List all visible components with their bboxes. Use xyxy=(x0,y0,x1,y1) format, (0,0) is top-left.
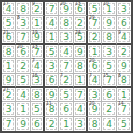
cell-value: 1 xyxy=(102,2,115,15)
sudoku-cell-r9c6[interactable]: 3 xyxy=(74,117,88,131)
sudoku-cell-r1c8[interactable]: 101 xyxy=(102,2,116,16)
sudoku-cell-r5c7[interactable]: 206 xyxy=(88,59,102,73)
cell-value: 5 xyxy=(59,88,72,101)
cell-value: 7 xyxy=(16,31,29,43)
cell-value: 4 xyxy=(102,117,115,131)
sudoku-cell-r7c6[interactable]: 7 xyxy=(74,88,88,102)
cell-value: 8 xyxy=(59,16,72,29)
sudoku-cell-r2c7[interactable]: 297 xyxy=(88,16,102,30)
sudoku-cell-r5c6[interactable]: 8 xyxy=(74,59,88,73)
cell-value: 7 xyxy=(102,74,115,86)
cell-value: 6 xyxy=(117,16,131,29)
sudoku-cell-r3c6[interactable]: 245 xyxy=(74,31,88,45)
cell-value: 2 xyxy=(117,45,131,58)
sudoku-cell-r8c8[interactable]: 2 xyxy=(102,102,116,116)
cell-value: 8 xyxy=(117,74,131,86)
cell-value: 9 xyxy=(74,45,86,58)
sudoku-cell-r5c9[interactable]: 9 xyxy=(117,59,131,73)
cell-value: 1 xyxy=(2,59,15,72)
sudoku-cell-r8c4[interactable]: 118 xyxy=(45,102,59,116)
sudoku-cell-r5c1[interactable]: 1 xyxy=(2,59,16,73)
cell-value: 3 xyxy=(74,117,86,131)
sudoku-cell-r2c8[interactable]: 9 xyxy=(102,16,116,30)
sudoku-cell-r7c4[interactable]: 9 xyxy=(45,88,59,102)
cell-value: 1 xyxy=(74,74,86,86)
sudoku-cell-r8c3[interactable]: 5 xyxy=(31,102,45,116)
sudoku-cell-r8c9[interactable]: 147 xyxy=(117,102,131,116)
sudoku-cell-r8c2[interactable]: 1 xyxy=(16,102,30,116)
sudoku-cell-r4c9[interactable]: 2 xyxy=(117,45,131,59)
cell-value: 5 xyxy=(2,16,15,29)
cell-value: 9 xyxy=(31,31,43,43)
sudoku-cell-r6c7[interactable]: 74 xyxy=(88,74,102,88)
cell-value: 7 xyxy=(88,16,101,29)
sudoku-cell-r6c2[interactable]: 5 xyxy=(16,74,30,88)
cell-value: 9 xyxy=(45,88,58,101)
sudoku-cell-r1c6[interactable]: 136 xyxy=(74,2,88,16)
cell-value: 6 xyxy=(16,45,29,58)
cell-value: 3 xyxy=(59,31,72,43)
sudoku-cell-r2c4[interactable]: 4 xyxy=(45,16,59,30)
sudoku-cell-r4c8[interactable]: 3 xyxy=(102,45,116,59)
cell-value: 9 xyxy=(2,74,15,86)
cell-value: 1 xyxy=(45,31,58,43)
cell-value: 4 xyxy=(117,31,131,43)
cell-value: 8 xyxy=(74,59,86,72)
cell-value: 5 xyxy=(16,74,29,86)
sudoku-cell-r8c7[interactable]: 209 xyxy=(88,102,102,116)
cell-value: 4 xyxy=(59,45,72,58)
sudoku-cell-r5c5[interactable]: 7 xyxy=(59,59,73,73)
sudoku-cell-r2c3[interactable]: 1 xyxy=(31,16,45,30)
sudoku-cell-r9c8[interactable]: 4 xyxy=(102,117,116,131)
cell-value: 8 xyxy=(88,117,101,131)
cell-value: 8 xyxy=(31,88,43,101)
cell-value: 7 xyxy=(31,45,43,58)
cell-value: 8 xyxy=(45,102,58,115)
sudoku-cell-r3c5[interactable]: 3 xyxy=(59,31,73,45)
sudoku-cell-r4c4[interactable]: 5 xyxy=(45,45,59,59)
sudoku-cell-r6c5[interactable]: 72 xyxy=(59,74,73,88)
sudoku-cell-r6c8[interactable]: 157 xyxy=(102,74,116,88)
cell-value: 2 xyxy=(16,59,29,72)
sudoku-cell-r7c3[interactable]: 8 xyxy=(31,88,45,102)
cell-value: 9 xyxy=(117,59,131,72)
cell-value: 6 xyxy=(88,59,101,72)
sudoku-cell-r8c1[interactable]: 3 xyxy=(2,102,16,116)
sudoku-cell-r3c3[interactable]: 199 xyxy=(31,31,45,45)
sudoku-cell-r2c2[interactable]: 83 xyxy=(16,16,30,30)
cell-value: 5 xyxy=(102,59,115,72)
sudoku-cell-r4c5[interactable]: 4 xyxy=(59,45,73,59)
cell-value: 2 xyxy=(74,16,86,29)
cell-value: 8 xyxy=(16,2,29,15)
sudoku-cell-r9c9[interactable]: 5 xyxy=(117,117,131,131)
cell-value: 3 xyxy=(102,45,115,58)
sudoku-cell-r3c4[interactable]: 1 xyxy=(45,31,59,45)
sudoku-cell-r3c1[interactable]: 216 xyxy=(2,31,16,45)
cell-value: 7 xyxy=(2,117,15,131)
sudoku-cell-r9c5[interactable]: 1 xyxy=(59,117,73,131)
cell-value: 3 xyxy=(117,2,131,15)
sudoku-cell-r5c3[interactable]: 74 xyxy=(31,59,45,73)
cell-value: 3 xyxy=(2,102,15,115)
killer-sudoku-board: 1748927209136510135831482297962167199132… xyxy=(0,0,133,133)
cell-value: 4 xyxy=(31,59,43,72)
sudoku-cell-r1c7[interactable]: 5 xyxy=(88,2,102,16)
sudoku-cell-r3c8[interactable]: 8 xyxy=(102,31,116,45)
cell-value: 3 xyxy=(45,59,58,72)
cell-value: 2 xyxy=(102,102,115,115)
cell-value: 6 xyxy=(59,102,72,115)
sudoku-cell-r6c9[interactable]: 88 xyxy=(117,74,131,88)
cell-value: 2 xyxy=(31,2,43,15)
cell-value: 5 xyxy=(74,31,86,43)
sudoku-cell-r1c1[interactable]: 174 xyxy=(2,2,16,16)
sudoku-cell-r7c1[interactable]: 272 xyxy=(2,88,16,102)
cell-value: 9 xyxy=(59,2,72,15)
sudoku-cell-r8c5[interactable]: 6 xyxy=(59,102,73,116)
sudoku-cell-r2c9[interactable]: 6 xyxy=(117,16,131,30)
sudoku-cell-r6c1[interactable]: 9 xyxy=(2,74,16,88)
sudoku-cell-r4c7[interactable]: 1 xyxy=(88,45,102,59)
sudoku-cell-r2c1[interactable]: 5 xyxy=(2,16,16,30)
sudoku-cell-r4c6[interactable]: 9 xyxy=(74,45,88,59)
cell-value: 2 xyxy=(59,74,72,86)
cell-value: 9 xyxy=(102,16,115,29)
cell-value: 8 xyxy=(102,31,115,43)
cell-value: 5 xyxy=(88,2,101,15)
sudoku-cell-r7c5[interactable]: 5 xyxy=(59,88,73,102)
sudoku-cell-r1c3[interactable]: 92 xyxy=(31,2,45,16)
cell-value: 2 xyxy=(2,88,15,101)
sudoku-cell-r7c7[interactable]: 3 xyxy=(88,88,102,102)
sudoku-cell-r9c1[interactable]: 7 xyxy=(2,117,16,131)
cell-value: 8 xyxy=(2,45,15,58)
sudoku-cell-r6c3[interactable]: 163 xyxy=(31,74,45,88)
cell-value: 1 xyxy=(31,16,43,29)
sudoku-cell-r7c8[interactable]: 6 xyxy=(102,88,116,102)
sudoku-cell-r4c1[interactable]: 8 xyxy=(2,45,16,59)
cell-value: 4 xyxy=(88,74,101,86)
cell-value: 6 xyxy=(102,88,115,101)
sudoku-cell-r8c6[interactable]: 4 xyxy=(74,102,88,116)
sudoku-cell-r2c5[interactable]: 8 xyxy=(59,16,73,30)
sudoku-cell-r3c2[interactable]: 7 xyxy=(16,31,30,45)
sudoku-cell-r5c8[interactable]: 5 xyxy=(102,59,116,73)
cell-value: 7 xyxy=(59,59,72,72)
sudoku-cell-r4c3[interactable]: 137 xyxy=(31,45,45,59)
cell-value: 2 xyxy=(88,31,101,43)
sudoku-cell-r2c6[interactable]: 2 xyxy=(74,16,88,30)
sudoku-cell-r5c2[interactable]: 2 xyxy=(16,59,30,73)
cell-value: 1 xyxy=(88,45,101,58)
cell-value: 7 xyxy=(45,2,58,15)
sudoku-cell-r9c7[interactable]: 8 xyxy=(88,117,102,131)
cell-value: 6 xyxy=(2,31,15,43)
cell-value: 3 xyxy=(88,88,101,101)
cell-value: 9 xyxy=(88,102,101,115)
cell-value: 7 xyxy=(74,88,86,101)
cell-value: 6 xyxy=(31,117,43,131)
cell-value: 1 xyxy=(59,117,72,131)
cell-value: 4 xyxy=(16,88,29,101)
cell-value: 1 xyxy=(117,88,131,101)
cell-value: 4 xyxy=(2,2,15,15)
cell-value: 7 xyxy=(117,102,131,115)
cell-value: 4 xyxy=(45,16,58,29)
sudoku-cell-r9c4[interactable]: 2 xyxy=(45,117,59,131)
cell-value: 5 xyxy=(45,45,58,58)
cell-value: 2 xyxy=(45,117,58,131)
sudoku-cell-r6c4[interactable]: 6 xyxy=(45,74,59,88)
sudoku-cell-r1c4[interactable]: 7 xyxy=(45,2,59,16)
cell-value: 6 xyxy=(74,2,86,15)
cell-value: 3 xyxy=(16,16,29,29)
cell-value: 9 xyxy=(16,117,29,131)
sudoku-cell-r9c3[interactable]: 6 xyxy=(31,117,45,131)
cell-value: 1 xyxy=(16,102,29,115)
sudoku-cell-r1c5[interactable]: 209 xyxy=(59,2,73,16)
cell-value: 5 xyxy=(31,102,43,115)
sudoku-cell-r1c9[interactable]: 3 xyxy=(117,2,131,16)
sudoku-cell-r7c2[interactable]: 4 xyxy=(16,88,30,102)
sudoku-cell-r9c2[interactable]: 9 xyxy=(16,117,30,131)
sudoku-cell-r3c7[interactable]: 2 xyxy=(88,31,102,45)
cell-value: 6 xyxy=(45,74,58,86)
cell-value: 5 xyxy=(117,117,131,131)
cell-value: 4 xyxy=(74,102,86,115)
sudoku-cell-r4c2[interactable]: 206 xyxy=(16,45,30,59)
sudoku-cell-r5c4[interactable]: 3 xyxy=(45,59,59,73)
sudoku-cell-r3c9[interactable]: 94 xyxy=(117,31,131,45)
cell-value: 3 xyxy=(31,74,43,86)
sudoku-cell-r6c6[interactable]: 1 xyxy=(74,74,88,88)
sudoku-cell-r7c9[interactable]: 1 xyxy=(117,88,131,102)
sudoku-cell-r1c2[interactable]: 8 xyxy=(16,2,30,16)
